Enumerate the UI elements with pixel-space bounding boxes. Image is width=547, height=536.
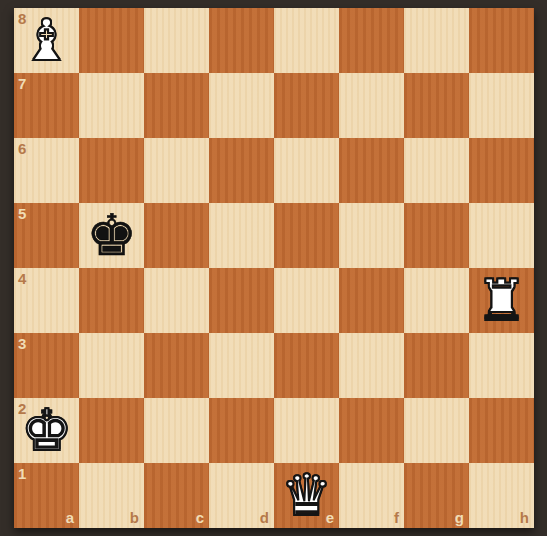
square-a2[interactable]: 2♚ — [14, 398, 79, 463]
square-c5[interactable] — [144, 203, 209, 268]
square-b1[interactable]: b — [79, 463, 144, 528]
file-label-h: h — [520, 510, 529, 525]
square-a6[interactable]: 6 — [14, 138, 79, 203]
square-c7[interactable] — [144, 73, 209, 138]
square-a7[interactable]: 7 — [14, 73, 79, 138]
square-b8[interactable] — [79, 8, 144, 73]
square-b3[interactable] — [79, 333, 144, 398]
square-d1[interactable]: d — [209, 463, 274, 528]
square-b5[interactable]: ♚ — [79, 203, 144, 268]
square-h7[interactable] — [469, 73, 534, 138]
square-e8[interactable] — [274, 8, 339, 73]
square-f8[interactable] — [339, 8, 404, 73]
square-f1[interactable]: f — [339, 463, 404, 528]
square-d7[interactable] — [209, 73, 274, 138]
file-label-b: b — [130, 510, 139, 525]
square-h5[interactable] — [469, 203, 534, 268]
square-b4[interactable] — [79, 268, 144, 333]
square-e5[interactable] — [274, 203, 339, 268]
file-label-a: a — [66, 510, 74, 525]
square-d6[interactable] — [209, 138, 274, 203]
square-a3[interactable]: 3 — [14, 333, 79, 398]
square-e7[interactable] — [274, 73, 339, 138]
square-f5[interactable] — [339, 203, 404, 268]
square-a8[interactable]: 8♝ — [14, 8, 79, 73]
square-d4[interactable] — [209, 268, 274, 333]
rank-label-1: 1 — [18, 466, 26, 481]
square-e1[interactable]: e♛ — [274, 463, 339, 528]
square-h1[interactable]: h — [469, 463, 534, 528]
file-label-g: g — [455, 510, 464, 525]
rank-label-6: 6 — [18, 141, 26, 156]
square-a5[interactable]: 5 — [14, 203, 79, 268]
square-e6[interactable] — [274, 138, 339, 203]
square-c4[interactable] — [144, 268, 209, 333]
square-d2[interactable] — [209, 398, 274, 463]
square-a1[interactable]: 1a — [14, 463, 79, 528]
file-label-f: f — [394, 510, 399, 525]
square-g4[interactable] — [404, 268, 469, 333]
square-g5[interactable] — [404, 203, 469, 268]
square-a4[interactable]: 4 — [14, 268, 79, 333]
chess-board: 8♝765♚4♜32♚1abcde♛fgh — [14, 8, 534, 528]
piece-white-queen[interactable]: ♛ — [274, 463, 339, 528]
square-e3[interactable] — [274, 333, 339, 398]
file-label-c: c — [196, 510, 204, 525]
square-g8[interactable] — [404, 8, 469, 73]
square-g6[interactable] — [404, 138, 469, 203]
square-g1[interactable]: g — [404, 463, 469, 528]
square-h8[interactable] — [469, 8, 534, 73]
square-f6[interactable] — [339, 138, 404, 203]
square-e2[interactable] — [274, 398, 339, 463]
piece-black-king[interactable]: ♚ — [79, 203, 144, 268]
rank-label-7: 7 — [18, 76, 26, 91]
piece-white-bishop[interactable]: ♝ — [14, 8, 79, 73]
square-c1[interactable]: c — [144, 463, 209, 528]
piece-white-king[interactable]: ♚ — [14, 398, 79, 463]
square-f4[interactable] — [339, 268, 404, 333]
square-g3[interactable] — [404, 333, 469, 398]
rank-label-3: 3 — [18, 336, 26, 351]
square-g7[interactable] — [404, 73, 469, 138]
square-d5[interactable] — [209, 203, 274, 268]
rank-label-4: 4 — [18, 271, 26, 286]
page-background: 8♝765♚4♜32♚1abcde♛fgh — [0, 0, 547, 536]
square-d3[interactable] — [209, 333, 274, 398]
square-h3[interactable] — [469, 333, 534, 398]
square-b7[interactable] — [79, 73, 144, 138]
square-g2[interactable] — [404, 398, 469, 463]
square-f3[interactable] — [339, 333, 404, 398]
square-c8[interactable] — [144, 8, 209, 73]
square-f2[interactable] — [339, 398, 404, 463]
square-c3[interactable] — [144, 333, 209, 398]
square-b6[interactable] — [79, 138, 144, 203]
square-h4[interactable]: ♜ — [469, 268, 534, 333]
piece-white-rook[interactable]: ♜ — [469, 268, 534, 333]
square-f7[interactable] — [339, 73, 404, 138]
square-c2[interactable] — [144, 398, 209, 463]
square-h2[interactable] — [469, 398, 534, 463]
rank-label-5: 5 — [18, 206, 26, 221]
square-c6[interactable] — [144, 138, 209, 203]
square-b2[interactable] — [79, 398, 144, 463]
square-d8[interactable] — [209, 8, 274, 73]
square-e4[interactable] — [274, 268, 339, 333]
file-label-d: d — [260, 510, 269, 525]
square-h6[interactable] — [469, 138, 534, 203]
